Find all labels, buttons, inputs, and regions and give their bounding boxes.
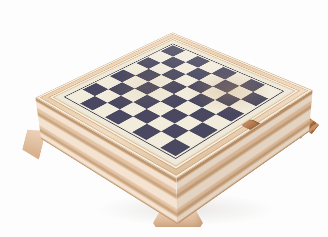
board-square [120,102,147,117]
board-square [203,114,231,129]
board-square [174,101,201,116]
board-square [105,110,133,125]
board-square [215,93,242,107]
board-square [80,96,107,110]
board-square [161,108,189,123]
board-square [118,117,146,133]
board-square [216,107,244,122]
board-square [229,99,256,113]
board-square [132,124,161,140]
board-square [147,101,174,116]
board-square [147,116,175,131]
board-square [188,107,216,122]
board-square [189,122,218,138]
board-square [133,109,161,124]
chess-box [35,32,312,178]
board-square [161,139,191,156]
board-square [146,131,175,148]
board-square [175,131,204,148]
board-square [161,94,188,108]
board-square [188,93,215,107]
board-square [134,95,161,109]
board-square [92,103,119,118]
board-square [107,95,134,109]
board-square [175,115,203,130]
board-square [202,100,229,114]
board-square [161,123,190,139]
board-square [241,92,268,106]
photo-background [0,0,328,237]
